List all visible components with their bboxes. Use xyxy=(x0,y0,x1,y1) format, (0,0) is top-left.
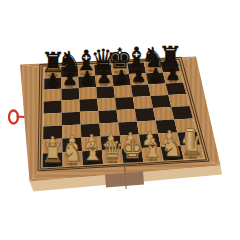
square-c6[interactable] xyxy=(79,87,97,100)
square-g5[interactable] xyxy=(151,95,172,108)
square-h5[interactable] xyxy=(168,94,189,107)
square-b4[interactable] xyxy=(62,112,81,126)
square-g6[interactable] xyxy=(148,84,168,97)
square-h6[interactable] xyxy=(166,83,187,96)
square-d6[interactable] xyxy=(96,86,115,99)
square-d4[interactable] xyxy=(98,110,118,124)
square-h4[interactable] xyxy=(171,106,193,119)
square-f6[interactable] xyxy=(131,84,151,97)
spare-piece-cylinder[interactable] xyxy=(185,130,195,149)
square-a4[interactable] xyxy=(43,113,62,127)
piece-black-pawn-a7[interactable]: ♟ xyxy=(45,71,61,88)
square-e6[interactable] xyxy=(114,85,133,98)
piece-black-pawn-g7[interactable]: ♟ xyxy=(148,66,164,83)
square-e5[interactable] xyxy=(115,97,135,110)
piece-black-pawn-f7[interactable]: ♟ xyxy=(130,67,146,84)
square-a5[interactable] xyxy=(44,101,62,114)
piece-black-pawn-e7[interactable]: ♟ xyxy=(113,68,129,85)
square-f5[interactable] xyxy=(133,96,153,109)
square-c5[interactable] xyxy=(79,99,98,112)
square-c4[interactable] xyxy=(80,111,99,125)
piece-black-pawn-d7[interactable]: ♟ xyxy=(96,68,112,85)
chess-set-photo: ♜♞♝♛♚♝♞♜♟♟♟♟♟♟♟♟♟♟♟♟♟♟♟♟♜♞♝♛♚♝♞♜ xyxy=(0,0,240,240)
square-e4[interactable] xyxy=(117,109,137,123)
square-g4[interactable] xyxy=(153,107,174,120)
square-f4[interactable] xyxy=(135,108,156,122)
square-b5[interactable] xyxy=(62,100,81,113)
square-a6[interactable] xyxy=(44,89,62,102)
piece-black-pawn-c7[interactable]: ♟ xyxy=(79,69,95,86)
piece-black-pawn-b7[interactable]: ♟ xyxy=(62,70,78,87)
square-d5[interactable] xyxy=(97,98,116,111)
square-b6[interactable] xyxy=(61,88,79,101)
piece-black-pawn-h7[interactable]: ♟ xyxy=(165,65,181,82)
chess-board xyxy=(0,0,240,240)
